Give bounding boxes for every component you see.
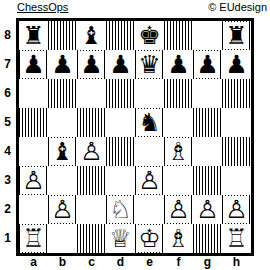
black-king[interactable]: ♚ (137, 22, 162, 49)
square-d8[interactable] (106, 21, 135, 50)
black-pawn[interactable]: ♟ (195, 51, 220, 78)
square-g7[interactable]: ♟ (193, 50, 222, 79)
square-f7[interactable]: ♟ (164, 50, 193, 79)
black-pawn[interactable]: ♟ (166, 51, 191, 78)
file-label-b: b (48, 255, 77, 269)
square-c4[interactable]: ♙ (77, 137, 106, 166)
square-e4[interactable] (135, 137, 164, 166)
square-h6[interactable] (222, 79, 251, 108)
black-rook[interactable]: ♜ (224, 22, 249, 49)
square-a6[interactable] (19, 79, 48, 108)
white-rook[interactable]: ♖ (224, 225, 249, 252)
square-d2[interactable]: ♘ (106, 195, 135, 224)
file-label-e: e (135, 255, 164, 269)
file-label-f: f (164, 255, 193, 269)
square-h1[interactable]: ♖ (222, 224, 251, 253)
file-label-h: h (222, 255, 251, 269)
square-h5[interactable] (222, 108, 251, 137)
white-king[interactable]: ♔ (137, 225, 162, 252)
header: ChessOps © EUdesign (17, 1, 267, 13)
square-d1[interactable]: ♕ (106, 224, 135, 253)
square-e7[interactable]: ♛ (135, 50, 164, 79)
square-a8[interactable]: ♜ (19, 21, 48, 50)
white-knight[interactable]: ♘ (108, 196, 133, 223)
square-c8[interactable]: ♝ (77, 21, 106, 50)
square-e8[interactable]: ♚ (135, 21, 164, 50)
square-b1[interactable] (48, 224, 77, 253)
file-label-a: a (19, 255, 48, 269)
white-bishop[interactable]: ♗ (166, 225, 191, 252)
black-bishop[interactable]: ♝ (50, 138, 75, 165)
board-frame: ♜♝♚♜♟♟♟♟♛♟♟♟♞♝♙♗♙♙♙♘♙♙♙♖♕♔♗♖ (16, 18, 254, 256)
white-bishop[interactable]: ♗ (166, 138, 191, 165)
square-e3[interactable]: ♙ (135, 166, 164, 195)
white-pawn[interactable]: ♙ (21, 167, 46, 194)
square-a3[interactable]: ♙ (19, 166, 48, 195)
square-h8[interactable]: ♜ (222, 21, 251, 50)
chess-board: ♜♝♚♜♟♟♟♟♛♟♟♟♞♝♙♗♙♙♙♘♙♙♙♖♕♔♗♖ (19, 21, 251, 253)
square-g6[interactable] (193, 79, 222, 108)
file-label-c: c (77, 255, 106, 269)
square-b6[interactable] (48, 79, 77, 108)
white-pawn[interactable]: ♙ (137, 167, 162, 194)
square-f8[interactable] (164, 21, 193, 50)
square-c7[interactable]: ♟ (77, 50, 106, 79)
square-c2[interactable] (77, 195, 106, 224)
square-g1[interactable] (193, 224, 222, 253)
square-d4[interactable] (106, 137, 135, 166)
square-c3[interactable] (77, 166, 106, 195)
square-e6[interactable] (135, 79, 164, 108)
square-c6[interactable] (77, 79, 106, 108)
file-label-g: g (193, 255, 222, 269)
black-knight[interactable]: ♞ (137, 109, 162, 136)
white-pawn[interactable]: ♙ (50, 196, 75, 223)
square-e2[interactable] (135, 195, 164, 224)
square-a1[interactable]: ♖ (19, 224, 48, 253)
white-queen[interactable]: ♕ (108, 225, 133, 252)
square-f6[interactable] (164, 79, 193, 108)
black-pawn[interactable]: ♟ (79, 51, 104, 78)
rank-label-5: 5 (1, 108, 14, 137)
square-d7[interactable]: ♟ (106, 50, 135, 79)
square-g8[interactable] (193, 21, 222, 50)
square-a4[interactable] (19, 137, 48, 166)
file-label-d: d (106, 255, 135, 269)
white-pawn[interactable]: ♙ (166, 196, 191, 223)
square-a7[interactable]: ♟ (19, 50, 48, 79)
square-e1[interactable]: ♔ (135, 224, 164, 253)
square-h7[interactable]: ♟ (222, 50, 251, 79)
white-pawn[interactable]: ♙ (224, 196, 249, 223)
square-a2[interactable] (19, 195, 48, 224)
square-b3[interactable] (48, 166, 77, 195)
square-g2[interactable]: ♙ (193, 195, 222, 224)
square-h4[interactable] (222, 137, 251, 166)
square-g5[interactable] (193, 108, 222, 137)
rank-label-2: 2 (1, 195, 14, 224)
square-b7[interactable]: ♟ (48, 50, 77, 79)
chess-diagram: ChessOps © EUdesign ♜♝♚♜♟♟♟♟♛♟♟♟♞♝♙♗♙♙♙♘… (0, 0, 270, 270)
square-f2[interactable]: ♙ (164, 195, 193, 224)
square-h2[interactable]: ♙ (222, 195, 251, 224)
black-queen[interactable]: ♛ (137, 51, 162, 78)
square-f3[interactable] (164, 166, 193, 195)
square-c1[interactable] (77, 224, 106, 253)
square-f4[interactable]: ♗ (164, 137, 193, 166)
square-f1[interactable]: ♗ (164, 224, 193, 253)
square-g4[interactable] (193, 137, 222, 166)
square-b8[interactable] (48, 21, 77, 50)
rank-label-4: 4 (1, 137, 14, 166)
rank-label-1: 1 (1, 224, 14, 253)
black-rook[interactable]: ♜ (21, 22, 46, 49)
square-c5[interactable] (77, 108, 106, 137)
square-f5[interactable] (164, 108, 193, 137)
square-b5[interactable] (48, 108, 77, 137)
square-b2[interactable]: ♙ (48, 195, 77, 224)
black-pawn[interactable]: ♟ (224, 51, 249, 78)
square-h3[interactable] (222, 166, 251, 195)
square-d3[interactable] (106, 166, 135, 195)
white-rook[interactable]: ♖ (21, 225, 46, 252)
rank-label-7: 7 (1, 50, 14, 79)
white-pawn[interactable]: ♙ (195, 196, 220, 223)
square-d5[interactable] (106, 108, 135, 137)
black-pawn[interactable]: ♟ (50, 51, 75, 78)
black-pawn[interactable]: ♟ (21, 51, 46, 78)
rank-label-8: 8 (1, 21, 14, 50)
black-bishop[interactable]: ♝ (79, 22, 104, 49)
square-a5[interactable] (19, 108, 48, 137)
square-e5[interactable]: ♞ (135, 108, 164, 137)
copyright-credit: © EUdesign (208, 1, 267, 13)
square-b4[interactable]: ♝ (48, 137, 77, 166)
black-pawn[interactable]: ♟ (108, 51, 133, 78)
white-pawn[interactable]: ♙ (79, 138, 104, 165)
square-g3[interactable] (193, 166, 222, 195)
rank-label-6: 6 (1, 79, 14, 108)
app-title: ChessOps (17, 1, 68, 13)
square-d6[interactable] (106, 79, 135, 108)
rank-label-3: 3 (1, 166, 14, 195)
